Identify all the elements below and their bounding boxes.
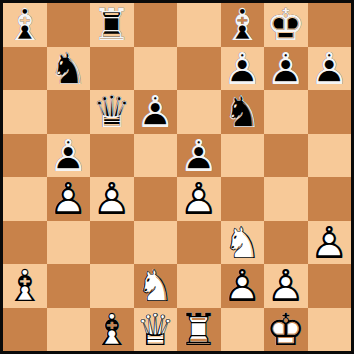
piece-glyph-fill: ♟ [177, 134, 221, 178]
square-b6[interactable] [47, 90, 91, 134]
piece-glyph-fill: ♝ [221, 3, 265, 47]
piece-glyph-fill: ♚ [264, 3, 308, 47]
white-bishop[interactable]: ♝♗ [3, 264, 47, 308]
square-f2[interactable]: ♟♙ [221, 264, 265, 308]
black-pawn[interactable]: ♟♙ [177, 134, 221, 178]
square-e4[interactable]: ♟♙ [177, 177, 221, 221]
black-pawn[interactable]: ♟♙ [221, 47, 265, 91]
square-h2[interactable] [308, 264, 352, 308]
square-h8[interactable] [308, 3, 352, 47]
square-f6[interactable]: ♞♘ [221, 90, 265, 134]
square-g4[interactable] [264, 177, 308, 221]
square-f1[interactable] [221, 308, 265, 352]
square-h7[interactable]: ♟♙ [308, 47, 352, 91]
white-pawn[interactable]: ♟♙ [308, 221, 352, 265]
white-king[interactable]: ♚♔ [264, 308, 308, 352]
square-f7[interactable]: ♟♙ [221, 47, 265, 91]
square-f5[interactable] [221, 134, 265, 178]
square-a2[interactable]: ♝♗ [3, 264, 47, 308]
black-pawn[interactable]: ♟♙ [264, 47, 308, 91]
white-pawn[interactable]: ♟♙ [221, 264, 265, 308]
white-pawn[interactable]: ♟♙ [90, 177, 134, 221]
piece-glyph-outline: ♙ [264, 264, 308, 308]
square-d7[interactable] [134, 47, 178, 91]
piece-glyph-fill: ♝ [3, 264, 47, 308]
square-e6[interactable] [177, 90, 221, 134]
square-h1[interactable] [308, 308, 352, 352]
piece-glyph-outline: ♘ [221, 90, 265, 134]
square-d8[interactable] [134, 3, 178, 47]
piece-glyph-fill: ♟ [47, 134, 91, 178]
piece-glyph-outline: ♖ [177, 308, 221, 352]
square-f8[interactable]: ♝♗ [221, 3, 265, 47]
piece-glyph-outline: ♔ [264, 3, 308, 47]
piece-glyph-outline: ♕ [90, 90, 134, 134]
square-a5[interactable] [3, 134, 47, 178]
piece-glyph-outline: ♙ [308, 47, 352, 91]
black-knight[interactable]: ♞♘ [47, 47, 91, 91]
square-g8[interactable]: ♚♔ [264, 3, 308, 47]
square-h3[interactable]: ♟♙ [308, 221, 352, 265]
square-e8[interactable] [177, 3, 221, 47]
square-c1[interactable]: ♝♗ [90, 308, 134, 352]
piece-glyph-outline: ♙ [221, 264, 265, 308]
piece-glyph-outline: ♗ [221, 3, 265, 47]
piece-glyph-fill: ♛ [90, 90, 134, 134]
piece-glyph-outline: ♗ [3, 264, 47, 308]
white-queen[interactable]: ♛♕ [134, 308, 178, 352]
black-pawn[interactable]: ♟♙ [308, 47, 352, 91]
piece-glyph-fill: ♜ [90, 3, 134, 47]
piece-glyph-fill: ♟ [177, 177, 221, 221]
piece-glyph-outline: ♙ [177, 177, 221, 221]
square-b8[interactable] [47, 3, 91, 47]
black-knight[interactable]: ♞♘ [221, 90, 265, 134]
piece-glyph-outline: ♗ [3, 3, 47, 47]
piece-glyph-outline: ♙ [308, 221, 352, 265]
piece-glyph-fill: ♚ [264, 308, 308, 352]
square-d4[interactable] [134, 177, 178, 221]
square-b3[interactable] [47, 221, 91, 265]
square-g3[interactable] [264, 221, 308, 265]
black-bishop[interactable]: ♝♗ [221, 3, 265, 47]
white-rook[interactable]: ♜♖ [177, 308, 221, 352]
black-pawn[interactable]: ♟♙ [134, 90, 178, 134]
white-knight[interactable]: ♞♘ [134, 264, 178, 308]
piece-glyph-outline: ♗ [90, 308, 134, 352]
square-c6[interactable]: ♛♕ [90, 90, 134, 134]
square-b2[interactable] [47, 264, 91, 308]
piece-glyph-fill: ♟ [134, 90, 178, 134]
square-g1[interactable]: ♚♔ [264, 308, 308, 352]
square-a3[interactable] [3, 221, 47, 265]
black-rook[interactable]: ♜♖ [90, 3, 134, 47]
piece-glyph-outline: ♙ [47, 177, 91, 221]
piece-glyph-fill: ♟ [90, 177, 134, 221]
square-c8[interactable]: ♜♖ [90, 3, 134, 47]
square-b7[interactable]: ♞♘ [47, 47, 91, 91]
square-a6[interactable] [3, 90, 47, 134]
piece-glyph-fill: ♟ [264, 47, 308, 91]
square-c2[interactable] [90, 264, 134, 308]
piece-glyph-fill: ♟ [221, 47, 265, 91]
white-knight[interactable]: ♞♘ [221, 221, 265, 265]
piece-glyph-fill: ♜ [177, 308, 221, 352]
piece-glyph-outline: ♙ [177, 134, 221, 178]
piece-glyph-outline: ♘ [221, 221, 265, 265]
piece-glyph-fill: ♞ [47, 47, 91, 91]
chess-board: ♝♗♜♖♝♗♚♔♞♘♟♙♟♙♟♙♛♕♟♙♞♘♟♙♟♙♟♙♟♙♟♙♞♘♟♙♝♗♞♘… [3, 3, 351, 351]
square-b5[interactable]: ♟♙ [47, 134, 91, 178]
square-d1[interactable]: ♛♕ [134, 308, 178, 352]
piece-glyph-outline: ♙ [134, 90, 178, 134]
square-h6[interactable] [308, 90, 352, 134]
white-bishop[interactable]: ♝♗ [90, 308, 134, 352]
piece-glyph-outline: ♖ [90, 3, 134, 47]
square-h4[interactable] [308, 177, 352, 221]
square-d3[interactable] [134, 221, 178, 265]
square-f4[interactable] [221, 177, 265, 221]
square-f3[interactable]: ♞♘ [221, 221, 265, 265]
square-e2[interactable] [177, 264, 221, 308]
piece-glyph-fill: ♟ [308, 47, 352, 91]
square-d2[interactable]: ♞♘ [134, 264, 178, 308]
square-a7[interactable] [3, 47, 47, 91]
square-a8[interactable]: ♝♗ [3, 3, 47, 47]
piece-glyph-outline: ♘ [134, 264, 178, 308]
square-e1[interactable]: ♜♖ [177, 308, 221, 352]
white-pawn[interactable]: ♟♙ [47, 177, 91, 221]
square-c4[interactable]: ♟♙ [90, 177, 134, 221]
white-pawn[interactable]: ♟♙ [264, 264, 308, 308]
piece-glyph-fill: ♝ [90, 308, 134, 352]
piece-glyph-fill: ♟ [221, 264, 265, 308]
square-g6[interactable] [264, 90, 308, 134]
square-g2[interactable]: ♟♙ [264, 264, 308, 308]
piece-glyph-outline: ♘ [47, 47, 91, 91]
square-c7[interactable] [90, 47, 134, 91]
square-a1[interactable] [3, 308, 47, 352]
square-h5[interactable] [308, 134, 352, 178]
piece-glyph-outline: ♙ [221, 47, 265, 91]
piece-glyph-fill: ♞ [134, 264, 178, 308]
square-d5[interactable] [134, 134, 178, 178]
black-queen[interactable]: ♛♕ [90, 90, 134, 134]
chess-board-frame: ♝♗♜♖♝♗♚♔♞♘♟♙♟♙♟♙♛♕♟♙♞♘♟♙♟♙♟♙♟♙♟♙♞♘♟♙♝♗♞♘… [0, 0, 354, 354]
piece-glyph-fill: ♟ [47, 177, 91, 221]
square-c3[interactable] [90, 221, 134, 265]
black-bishop[interactable]: ♝♗ [3, 3, 47, 47]
piece-glyph-outline: ♔ [264, 308, 308, 352]
square-a4[interactable] [3, 177, 47, 221]
square-d6[interactable]: ♟♙ [134, 90, 178, 134]
square-e7[interactable] [177, 47, 221, 91]
piece-glyph-fill: ♟ [308, 221, 352, 265]
square-b4[interactable]: ♟♙ [47, 177, 91, 221]
square-e5[interactable]: ♟♙ [177, 134, 221, 178]
piece-glyph-fill: ♝ [3, 3, 47, 47]
piece-glyph-fill: ♛ [134, 308, 178, 352]
piece-glyph-outline: ♙ [264, 47, 308, 91]
piece-glyph-outline: ♙ [90, 177, 134, 221]
black-pawn[interactable]: ♟♙ [47, 134, 91, 178]
square-b1[interactable] [47, 308, 91, 352]
square-g7[interactable]: ♟♙ [264, 47, 308, 91]
square-g5[interactable] [264, 134, 308, 178]
square-e3[interactable] [177, 221, 221, 265]
square-c5[interactable] [90, 134, 134, 178]
piece-glyph-fill: ♞ [221, 90, 265, 134]
piece-glyph-outline: ♙ [47, 134, 91, 178]
black-king[interactable]: ♚♔ [264, 3, 308, 47]
piece-glyph-fill: ♟ [264, 264, 308, 308]
piece-glyph-outline: ♕ [134, 308, 178, 352]
piece-glyph-fill: ♞ [221, 221, 265, 265]
white-pawn[interactable]: ♟♙ [177, 177, 221, 221]
